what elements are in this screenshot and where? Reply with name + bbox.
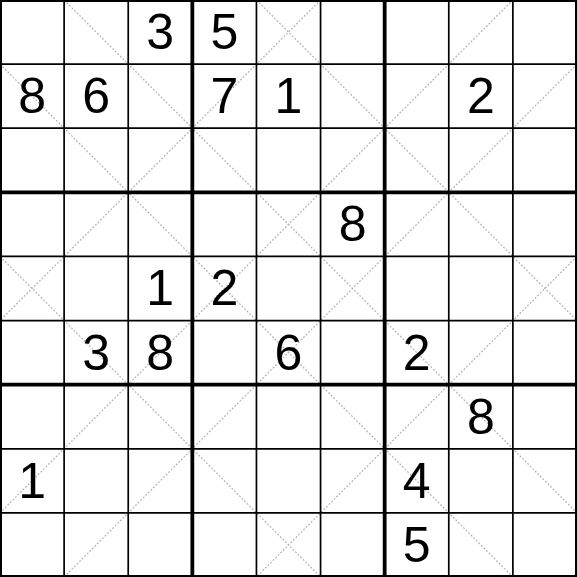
cell-r0c7[interactable] xyxy=(449,0,513,64)
cell-r5c0[interactable] xyxy=(0,321,64,385)
cell-r2c3[interactable] xyxy=(192,128,256,192)
cell-r2c5[interactable] xyxy=(321,128,385,192)
cell-r3c7[interactable] xyxy=(449,192,513,256)
cell-r7c5[interactable] xyxy=(321,449,385,513)
cell-r3c6[interactable] xyxy=(385,192,449,256)
cell-r3c2[interactable] xyxy=(128,192,192,256)
cell-r1c2[interactable] xyxy=(128,64,192,128)
cell-r1c8[interactable] xyxy=(513,64,577,128)
cell-r0c3[interactable]: 5 xyxy=(192,0,256,64)
cell-r5c2[interactable]: 8 xyxy=(128,321,192,385)
cell-r5c1[interactable]: 3 xyxy=(64,321,128,385)
cell-r4c6[interactable] xyxy=(385,256,449,320)
cell-r1c7[interactable]: 2 xyxy=(449,64,513,128)
cell-r1c4[interactable]: 1 xyxy=(256,64,320,128)
cell-r6c2[interactable] xyxy=(128,385,192,449)
cell-r1c1[interactable]: 6 xyxy=(64,64,128,128)
cell-r8c1[interactable] xyxy=(64,513,128,577)
cell-r5c4[interactable]: 6 xyxy=(256,321,320,385)
cell-r4c3[interactable]: 2 xyxy=(192,256,256,320)
cell-r4c0[interactable] xyxy=(0,256,64,320)
cell-r3c1[interactable] xyxy=(64,192,128,256)
cell-r6c7[interactable]: 8 xyxy=(449,385,513,449)
cell-r1c0[interactable]: 8 xyxy=(0,64,64,128)
cell-r7c4[interactable] xyxy=(256,449,320,513)
cell-r2c4[interactable] xyxy=(256,128,320,192)
cell-r8c4[interactable] xyxy=(256,513,320,577)
cell-r2c6[interactable] xyxy=(385,128,449,192)
cell-r0c6[interactable] xyxy=(385,0,449,64)
cell-r2c0[interactable] xyxy=(0,128,64,192)
cell-r7c8[interactable] xyxy=(513,449,577,513)
cell-r3c5[interactable]: 8 xyxy=(321,192,385,256)
cell-r0c2[interactable]: 3 xyxy=(128,0,192,64)
cell-r3c0[interactable] xyxy=(0,192,64,256)
cell-r5c5[interactable] xyxy=(321,321,385,385)
cell-r4c8[interactable] xyxy=(513,256,577,320)
cell-r8c8[interactable] xyxy=(513,513,577,577)
cell-r3c3[interactable] xyxy=(192,192,256,256)
cell-r8c6[interactable]: 5 xyxy=(385,513,449,577)
cell-r6c1[interactable] xyxy=(64,385,128,449)
cell-r6c0[interactable] xyxy=(0,385,64,449)
cell-r2c1[interactable] xyxy=(64,128,128,192)
cell-r2c7[interactable] xyxy=(449,128,513,192)
cell-r6c3[interactable] xyxy=(192,385,256,449)
cell-r4c4[interactable] xyxy=(256,256,320,320)
cell-r7c1[interactable] xyxy=(64,449,128,513)
sudoku-cell-grid: 358671281238628145 xyxy=(0,0,577,577)
cell-r6c8[interactable] xyxy=(513,385,577,449)
cell-r5c6[interactable]: 2 xyxy=(385,321,449,385)
cell-r1c5[interactable] xyxy=(321,64,385,128)
cell-r8c2[interactable] xyxy=(128,513,192,577)
cell-r5c7[interactable] xyxy=(449,321,513,385)
cell-r6c4[interactable] xyxy=(256,385,320,449)
cell-r4c2[interactable]: 1 xyxy=(128,256,192,320)
cell-r8c7[interactable] xyxy=(449,513,513,577)
cell-r0c1[interactable] xyxy=(64,0,128,64)
sudoku-board: 358671281238628145 xyxy=(0,0,577,577)
cell-r7c0[interactable]: 1 xyxy=(0,449,64,513)
cell-r0c4[interactable] xyxy=(256,0,320,64)
cell-r7c2[interactable] xyxy=(128,449,192,513)
cell-r4c7[interactable] xyxy=(449,256,513,320)
cell-r2c2[interactable] xyxy=(128,128,192,192)
cell-r1c3[interactable]: 7 xyxy=(192,64,256,128)
cell-r7c7[interactable] xyxy=(449,449,513,513)
cell-r6c6[interactable] xyxy=(385,385,449,449)
cell-r2c8[interactable] xyxy=(513,128,577,192)
cell-r5c8[interactable] xyxy=(513,321,577,385)
cell-r0c5[interactable] xyxy=(321,0,385,64)
cell-r3c4[interactable] xyxy=(256,192,320,256)
cell-r0c8[interactable] xyxy=(513,0,577,64)
cell-r6c5[interactable] xyxy=(321,385,385,449)
cell-r8c5[interactable] xyxy=(321,513,385,577)
cell-r7c6[interactable]: 4 xyxy=(385,449,449,513)
cell-r4c5[interactable] xyxy=(321,256,385,320)
cell-r5c3[interactable] xyxy=(192,321,256,385)
cell-r0c0[interactable] xyxy=(0,0,64,64)
cell-r8c3[interactable] xyxy=(192,513,256,577)
cell-r4c1[interactable] xyxy=(64,256,128,320)
cell-r8c0[interactable] xyxy=(0,513,64,577)
cell-r3c8[interactable] xyxy=(513,192,577,256)
cell-r7c3[interactable] xyxy=(192,449,256,513)
cell-r1c6[interactable] xyxy=(385,64,449,128)
